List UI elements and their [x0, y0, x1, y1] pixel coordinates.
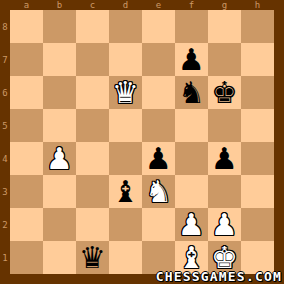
square-f5 — [175, 109, 208, 142]
square-b1 — [43, 241, 76, 274]
square-g6: ♚ — [208, 76, 241, 109]
rank-labels: 87654321 — [0, 10, 10, 274]
square-a1 — [10, 241, 43, 274]
square-f6: ♞ — [175, 76, 208, 109]
chessgames-watermark: CHESSGAMES.COM — [156, 269, 282, 284]
rank-label-5: 5 — [0, 109, 10, 142]
square-a8 — [10, 10, 43, 43]
square-c8 — [76, 10, 109, 43]
square-b5 — [43, 109, 76, 142]
square-c4 — [76, 142, 109, 175]
black-queen-c1: ♛ — [76, 241, 109, 274]
black-king-g6: ♚ — [208, 76, 241, 109]
square-b2 — [43, 208, 76, 241]
square-f7: ♟ — [175, 43, 208, 76]
black-pawn-e4: ♟ — [142, 142, 175, 175]
square-d6: ♛ — [109, 76, 142, 109]
square-f3 — [175, 175, 208, 208]
square-g4: ♟ — [208, 142, 241, 175]
square-h7 — [241, 43, 274, 76]
square-d4 — [109, 142, 142, 175]
square-a6 — [10, 76, 43, 109]
square-h8 — [241, 10, 274, 43]
white-pawn-g2: ♟ — [208, 208, 241, 241]
square-a2 — [10, 208, 43, 241]
square-f4 — [175, 142, 208, 175]
rank-label-1: 1 — [0, 241, 10, 274]
black-pawn-f7: ♟ — [175, 43, 208, 76]
white-queen-d6: ♛ — [109, 76, 142, 109]
chess-board: ♟♛♞♚♟♟♟♝♞♟♟♛♝♚ — [10, 10, 274, 274]
white-pawn-f2: ♟ — [175, 208, 208, 241]
square-g3 — [208, 175, 241, 208]
square-h6 — [241, 76, 274, 109]
black-bishop-d3: ♝ — [109, 175, 142, 208]
square-d2 — [109, 208, 142, 241]
square-d1 — [109, 241, 142, 274]
rank-label-3: 3 — [0, 175, 10, 208]
square-h5 — [241, 109, 274, 142]
square-e8 — [142, 10, 175, 43]
square-a3 — [10, 175, 43, 208]
square-a5 — [10, 109, 43, 142]
square-h4 — [241, 142, 274, 175]
rank-label-2: 2 — [0, 208, 10, 241]
square-c7 — [76, 43, 109, 76]
white-knight-e3: ♞ — [142, 175, 175, 208]
square-c1: ♛ — [76, 241, 109, 274]
square-f2: ♟ — [175, 208, 208, 241]
square-a7 — [10, 43, 43, 76]
square-b8 — [43, 10, 76, 43]
square-e2 — [142, 208, 175, 241]
square-b4: ♟ — [43, 142, 76, 175]
square-d8 — [109, 10, 142, 43]
square-d3: ♝ — [109, 175, 142, 208]
file-labels: abcdefgh — [10, 0, 274, 10]
rank-label-4: 4 — [0, 142, 10, 175]
square-d5 — [109, 109, 142, 142]
square-b3 — [43, 175, 76, 208]
square-e6 — [142, 76, 175, 109]
white-pawn-b4: ♟ — [43, 142, 76, 175]
rank-label-6: 6 — [0, 76, 10, 109]
square-e3: ♞ — [142, 175, 175, 208]
square-g7 — [208, 43, 241, 76]
square-b7 — [43, 43, 76, 76]
square-e7 — [142, 43, 175, 76]
square-b6 — [43, 76, 76, 109]
square-e5 — [142, 109, 175, 142]
square-d7 — [109, 43, 142, 76]
square-c5 — [76, 109, 109, 142]
rank-label-8: 8 — [0, 10, 10, 43]
black-knight-f6: ♞ — [175, 76, 208, 109]
square-f8 — [175, 10, 208, 43]
square-g8 — [208, 10, 241, 43]
square-g5 — [208, 109, 241, 142]
square-e4: ♟ — [142, 142, 175, 175]
square-h3 — [241, 175, 274, 208]
square-c3 — [76, 175, 109, 208]
rank-label-7: 7 — [0, 43, 10, 76]
square-h2 — [241, 208, 274, 241]
square-a4 — [10, 142, 43, 175]
black-pawn-g4: ♟ — [208, 142, 241, 175]
chess-diagram: abcdefgh 87654321 ♟♛♞♚♟♟♟♝♞♟♟♛♝♚ CHESSGA… — [0, 0, 284, 284]
square-c2 — [76, 208, 109, 241]
square-c6 — [76, 76, 109, 109]
square-g2: ♟ — [208, 208, 241, 241]
